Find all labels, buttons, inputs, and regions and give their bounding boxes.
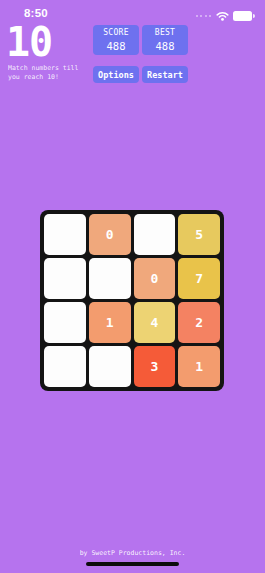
tile-2: 2 (178, 302, 220, 343)
options-button[interactable]: Options (93, 66, 139, 83)
tile-4: 4 (134, 302, 176, 343)
tile-0: 0 (134, 258, 176, 299)
restart-button[interactable]: Restart (142, 66, 188, 83)
score-value: 488 (107, 40, 126, 52)
empty-cell (134, 214, 176, 255)
empty-cell (44, 258, 86, 299)
board[interactable]: 050714231 (40, 210, 224, 391)
empty-cell (44, 302, 86, 343)
battery-icon (233, 11, 252, 21)
page-title: 10 (6, 22, 52, 62)
tile-7: 7 (178, 258, 220, 299)
home-indicator[interactable] (86, 562, 179, 566)
status-icons (196, 11, 253, 21)
tile-0: 0 (89, 214, 131, 255)
empty-cell (89, 258, 131, 299)
score-label: SCORE (103, 28, 129, 37)
credit-text: by SweetP Productions, Inc. (0, 549, 265, 557)
clock: 8:50 (24, 7, 48, 19)
tile-3: 3 (134, 346, 176, 387)
instructions-text: Match numbers till you reach 10! (8, 64, 88, 83)
wifi-icon (216, 11, 229, 21)
app-screen: { "game": "Tens (2048-style number match… (0, 0, 265, 573)
empty-cell (44, 346, 86, 387)
cellular-signal-icon (196, 15, 212, 17)
score-panel: SCORE 488 (93, 25, 139, 55)
tile-1: 1 (178, 346, 220, 387)
tile-1: 1 (89, 302, 131, 343)
empty-cell (89, 346, 131, 387)
best-value: 488 (156, 40, 175, 52)
best-panel: BEST 488 (142, 25, 188, 55)
empty-cell (44, 214, 86, 255)
best-label: BEST (155, 28, 175, 37)
tile-5: 5 (178, 214, 220, 255)
